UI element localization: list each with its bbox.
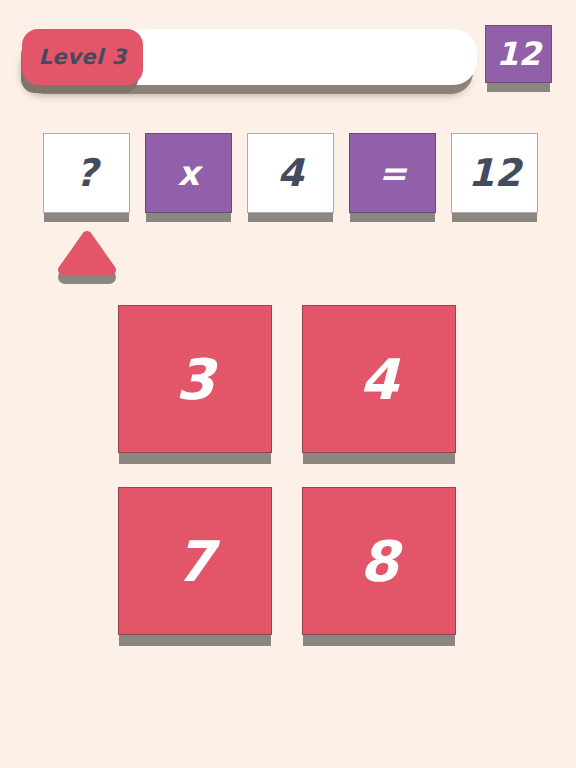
equation-unknown-glyph: ? — [75, 151, 97, 195]
equation-operator-glyph: x — [178, 153, 200, 193]
choice-label: 3 — [176, 347, 215, 412]
level-label: Level 3 — [38, 45, 126, 69]
equation-tile-result: 12 — [451, 133, 538, 213]
choice-label: 7 — [176, 529, 215, 594]
equation-tile-equals: = — [349, 133, 436, 213]
level-progress-bar: Level 3 — [22, 29, 477, 85]
score-box: 12 — [485, 25, 552, 83]
equation-tile-unknown: ? — [43, 133, 130, 213]
choice-tile-3[interactable]: 3 — [118, 305, 272, 453]
pointer-triangle-icon — [57, 228, 117, 288]
equation-tile-operator: x — [145, 133, 232, 213]
equation-equals-glyph: = — [378, 153, 407, 193]
score-value: 12 — [496, 35, 541, 73]
choice-label: 4 — [360, 347, 399, 412]
choice-label: 8 — [360, 529, 399, 594]
choices-grid: 3 4 7 8 — [118, 305, 456, 635]
up-triangle-icon — [57, 228, 117, 278]
game-screen: Level 3 12 ? x 4 = 12 3 — [0, 0, 576, 768]
choice-tile-7[interactable]: 7 — [118, 487, 272, 635]
level-badge: Level 3 — [22, 29, 143, 85]
equation-operand-glyph: 4 — [277, 151, 303, 195]
choice-tile-8[interactable]: 8 — [302, 487, 456, 635]
equation-result-glyph: 12 — [468, 151, 521, 195]
equation-tile-operand: 4 — [247, 133, 334, 213]
equation-row: ? x 4 = 12 — [43, 133, 538, 213]
choice-tile-4[interactable]: 4 — [302, 305, 456, 453]
